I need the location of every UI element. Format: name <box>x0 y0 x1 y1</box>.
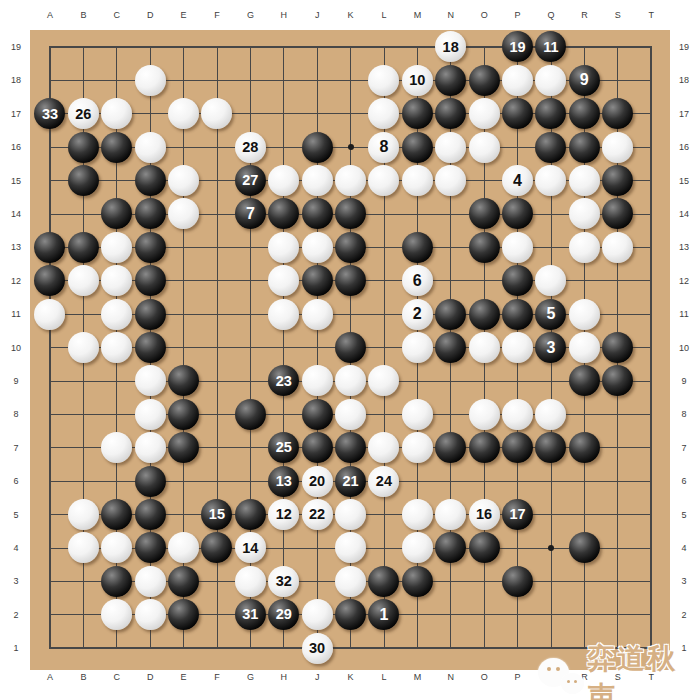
stone-black-G15: 27 <box>235 165 266 196</box>
stone-black-Q10: 3 <box>535 332 566 363</box>
stone-white-C10 <box>101 332 132 363</box>
stone-black-Q11: 5 <box>535 299 566 330</box>
intersection-L16: 8 <box>367 130 400 163</box>
intersection-M13 <box>401 231 434 264</box>
stone-black-P11 <box>502 299 533 330</box>
stone-white-K9 <box>335 365 366 396</box>
row-label-left-10: 10 <box>5 343 27 354</box>
intersection-P19: 19 <box>501 30 534 63</box>
column-label-top-K: K <box>339 10 363 21</box>
stone-black-J12 <box>302 265 333 296</box>
row-label-right-18: 18 <box>673 75 695 86</box>
intersection-E14 <box>167 197 200 230</box>
intersection-P10 <box>501 331 534 364</box>
column-label-bottom-G: G <box>238 672 262 683</box>
stone-black-S15 <box>602 165 633 196</box>
stone-white-M12: 6 <box>402 265 433 296</box>
intersection-D12 <box>133 264 166 297</box>
stone-white-K3 <box>335 566 366 597</box>
intersection-N15 <box>434 164 467 197</box>
stone-white-H15 <box>268 165 299 196</box>
intersection-M8 <box>401 398 434 431</box>
stone-white-L9 <box>368 365 399 396</box>
intersection-M15 <box>401 164 434 197</box>
row-label-left-15: 15 <box>5 176 27 187</box>
intersection-P11 <box>501 297 534 330</box>
intersection-A12 <box>33 264 66 297</box>
intersection-M18: 10 <box>401 64 434 97</box>
intersection-D5 <box>133 498 166 531</box>
stone-white-P8 <box>502 399 533 430</box>
column-label-bottom-A: A <box>38 672 62 683</box>
intersection-E9 <box>167 364 200 397</box>
row-label-right-8: 8 <box>673 409 695 420</box>
intersection-J16 <box>300 130 333 163</box>
intersection-O10 <box>467 331 500 364</box>
wechat-icon <box>538 653 583 700</box>
stone-white-J11 <box>302 299 333 330</box>
intersection-Q8 <box>534 398 567 431</box>
stone-black-E2 <box>168 599 199 630</box>
stone-black-G2: 31 <box>235 599 266 630</box>
stone-white-D2 <box>135 599 166 630</box>
stone-black-D6 <box>135 466 166 497</box>
intersection-C2 <box>100 598 133 631</box>
intersection-B5 <box>67 498 100 531</box>
stone-white-C7 <box>101 432 132 463</box>
intersection-D4 <box>133 531 166 564</box>
intersection-N10 <box>434 331 467 364</box>
intersection-P14 <box>501 197 534 230</box>
stone-black-D13 <box>135 232 166 263</box>
row-label-right-6: 6 <box>673 476 695 487</box>
stone-white-M10 <box>402 332 433 363</box>
intersection-L6: 24 <box>367 464 400 497</box>
intersection-E3 <box>167 565 200 598</box>
intersection-Q17 <box>534 97 567 130</box>
stone-black-D12 <box>135 265 166 296</box>
intersection-O14 <box>467 197 500 230</box>
move-number-label: 20 <box>309 474 325 489</box>
stone-white-N5 <box>435 499 466 530</box>
column-label-bottom-M: M <box>405 672 429 683</box>
intersection-A11 <box>33 297 66 330</box>
stone-white-B10 <box>68 332 99 363</box>
stone-white-M11: 2 <box>402 299 433 330</box>
row-label-left-4: 4 <box>5 543 27 554</box>
stone-white-P18 <box>502 65 533 96</box>
intersection-C10 <box>100 331 133 364</box>
stone-white-M7 <box>402 432 433 463</box>
intersection-E17 <box>167 97 200 130</box>
intersection-G15: 27 <box>234 164 267 197</box>
row-label-left-12: 12 <box>5 276 27 287</box>
intersection-Q10: 3 <box>534 331 567 364</box>
move-number-label: 21 <box>342 474 358 489</box>
stone-black-D10 <box>135 332 166 363</box>
stone-white-C11 <box>101 299 132 330</box>
stone-white-N15 <box>435 165 466 196</box>
row-label-right-5: 5 <box>673 510 695 521</box>
stone-white-Q15 <box>535 165 566 196</box>
stone-white-G16: 28 <box>235 132 266 163</box>
move-number-label: 25 <box>276 440 292 455</box>
stone-black-Q19: 11 <box>535 31 566 62</box>
intersection-M5 <box>401 498 434 531</box>
stone-black-S10 <box>602 332 633 363</box>
column-label-top-C: C <box>105 10 129 21</box>
stone-white-F17 <box>201 98 232 129</box>
intersection-N4 <box>434 531 467 564</box>
stone-black-R18: 9 <box>569 65 600 96</box>
stone-black-R9 <box>569 365 600 396</box>
row-label-right-9: 9 <box>673 376 695 387</box>
intersection-H9: 23 <box>267 364 300 397</box>
stone-white-R11 <box>569 299 600 330</box>
stone-white-C17 <box>101 98 132 129</box>
intersection-Q7 <box>534 431 567 464</box>
stone-black-O18 <box>469 65 500 96</box>
intersection-J1: 30 <box>300 631 333 664</box>
move-number-label: 27 <box>242 173 258 188</box>
intersection-L17 <box>367 97 400 130</box>
column-label-top-G: G <box>238 10 262 21</box>
stone-black-J14 <box>302 198 333 229</box>
column-label-bottom-C: C <box>105 672 129 683</box>
intersection-Q15 <box>534 164 567 197</box>
stone-black-P7 <box>502 432 533 463</box>
row-label-right-4: 4 <box>673 543 695 554</box>
stone-black-F4 <box>201 532 232 563</box>
go-diagram: 1819111093326288274762532325132021241512… <box>0 0 700 700</box>
intersection-M12: 6 <box>401 264 434 297</box>
stone-white-L18 <box>368 65 399 96</box>
intersection-S13 <box>601 231 634 264</box>
stone-black-S9 <box>602 365 633 396</box>
stone-white-D16 <box>135 132 166 163</box>
move-number-label: 12 <box>276 507 292 522</box>
stone-black-E9 <box>168 365 199 396</box>
intersection-C5 <box>100 498 133 531</box>
column-label-top-H: H <box>272 10 296 21</box>
row-label-left-1: 1 <box>5 643 27 654</box>
intersection-M11: 2 <box>401 297 434 330</box>
intersection-E2 <box>167 598 200 631</box>
stone-white-H5: 12 <box>268 499 299 530</box>
move-number-label: 2 <box>413 306 422 322</box>
move-number-label: 15 <box>209 507 225 522</box>
stone-black-P5: 17 <box>502 499 533 530</box>
stone-white-P13 <box>502 232 533 263</box>
intersection-K13 <box>334 231 367 264</box>
intersection-D18 <box>133 64 166 97</box>
intersection-H2: 29 <box>267 598 300 631</box>
intersection-G16: 28 <box>234 130 267 163</box>
column-label-bottom-O: O <box>472 672 496 683</box>
stone-black-M16 <box>402 132 433 163</box>
stone-black-A17: 33 <box>34 98 65 129</box>
intersection-N16 <box>434 130 467 163</box>
stone-black-K2 <box>335 599 366 630</box>
intersection-J14 <box>300 197 333 230</box>
stone-black-H2: 29 <box>268 599 299 630</box>
intersection-H15 <box>267 164 300 197</box>
intersection-D9 <box>133 364 166 397</box>
column-label-bottom-L: L <box>372 672 396 683</box>
stone-white-R13 <box>569 232 600 263</box>
row-label-left-7: 7 <box>5 443 27 454</box>
intersection-N19: 18 <box>434 30 467 63</box>
intersection-O7 <box>467 431 500 464</box>
stone-black-B16 <box>68 132 99 163</box>
stone-white-L17 <box>368 98 399 129</box>
stone-white-G4: 14 <box>235 532 266 563</box>
intersection-K2 <box>334 598 367 631</box>
intersection-P18 <box>501 64 534 97</box>
stone-black-O7 <box>469 432 500 463</box>
stone-black-K10 <box>335 332 366 363</box>
stone-white-D3 <box>135 566 166 597</box>
row-label-left-3: 3 <box>5 576 27 587</box>
intersection-J11 <box>300 297 333 330</box>
intersection-D13 <box>133 231 166 264</box>
column-label-top-B: B <box>71 10 95 21</box>
stone-black-R16 <box>569 132 600 163</box>
move-number-label: 14 <box>242 541 258 556</box>
stone-white-S13 <box>602 232 633 263</box>
intersection-B10 <box>67 331 100 364</box>
intersection-G3 <box>234 565 267 598</box>
stone-black-P19: 19 <box>502 31 533 62</box>
intersection-C13 <box>100 231 133 264</box>
column-label-bottom-F: F <box>205 672 229 683</box>
move-number-label: 9 <box>580 72 589 88</box>
stone-black-J8 <box>302 399 333 430</box>
move-number-label: 30 <box>309 641 325 656</box>
move-number-label: 23 <box>276 374 292 389</box>
intersection-L2: 1 <box>367 598 400 631</box>
stone-black-P14 <box>502 198 533 229</box>
stone-black-C5 <box>101 499 132 530</box>
intersection-R4 <box>568 531 601 564</box>
stone-black-P12 <box>502 265 533 296</box>
intersection-R13 <box>568 231 601 264</box>
stone-black-E8 <box>168 399 199 430</box>
intersection-J7 <box>300 431 333 464</box>
stone-white-L7 <box>368 432 399 463</box>
stone-white-Q8 <box>535 399 566 430</box>
stone-black-H6: 13 <box>268 466 299 497</box>
stone-white-O17 <box>469 98 500 129</box>
stone-black-Q7 <box>535 432 566 463</box>
intersection-B16 <box>67 130 100 163</box>
column-label-bottom-P: P <box>506 672 530 683</box>
intersection-K6: 21 <box>334 464 367 497</box>
row-label-left-5: 5 <box>5 510 27 521</box>
column-label-top-D: D <box>138 10 162 21</box>
intersection-E4 <box>167 531 200 564</box>
stone-black-N18 <box>435 65 466 96</box>
intersection-D2 <box>133 598 166 631</box>
intersection-S16 <box>601 130 634 163</box>
intersection-P7 <box>501 431 534 464</box>
intersection-O5: 16 <box>467 498 500 531</box>
stone-white-R15 <box>569 165 600 196</box>
intersection-J15 <box>300 164 333 197</box>
intersection-J13 <box>300 231 333 264</box>
stone-black-K12 <box>335 265 366 296</box>
intersection-C16 <box>100 130 133 163</box>
intersection-N7 <box>434 431 467 464</box>
intersection-P13 <box>501 231 534 264</box>
row-label-right-16: 16 <box>673 142 695 153</box>
move-number-label: 17 <box>509 507 525 522</box>
stone-black-N10 <box>435 332 466 363</box>
column-label-top-N: N <box>439 10 463 21</box>
row-label-left-17: 17 <box>5 109 27 120</box>
intersection-P15: 4 <box>501 164 534 197</box>
intersection-H12 <box>267 264 300 297</box>
intersection-F5: 15 <box>200 498 233 531</box>
stone-black-R17 <box>569 98 600 129</box>
column-label-top-E: E <box>172 10 196 21</box>
column-label-top-O: O <box>472 10 496 21</box>
intersection-H11 <box>267 297 300 330</box>
stone-black-D15 <box>135 165 166 196</box>
stone-white-J9 <box>302 365 333 396</box>
move-number-label: 32 <box>276 574 292 589</box>
intersection-M17 <box>401 97 434 130</box>
intersection-K4 <box>334 531 367 564</box>
stone-white-O8 <box>469 399 500 430</box>
stone-white-J6: 20 <box>302 466 333 497</box>
intersection-C3 <box>100 565 133 598</box>
stone-white-J5: 22 <box>302 499 333 530</box>
intersection-K8 <box>334 398 367 431</box>
stone-black-F5: 15 <box>201 499 232 530</box>
stone-black-K7 <box>335 432 366 463</box>
stone-white-D7 <box>135 432 166 463</box>
move-number-label: 28 <box>242 140 258 155</box>
stone-white-E4 <box>168 532 199 563</box>
row-label-right-13: 13 <box>673 242 695 253</box>
intersection-J5: 22 <box>300 498 333 531</box>
stone-white-O16 <box>469 132 500 163</box>
stone-white-M8 <box>402 399 433 430</box>
stone-white-P10 <box>502 332 533 363</box>
stone-white-L6: 24 <box>368 466 399 497</box>
intersection-D14 <box>133 197 166 230</box>
intersection-D6 <box>133 464 166 497</box>
stone-white-R10 <box>569 332 600 363</box>
intersection-Q16 <box>534 130 567 163</box>
wechat-bubble-small <box>561 673 584 694</box>
intersection-E7 <box>167 431 200 464</box>
stone-white-S16 <box>602 132 633 163</box>
stone-white-K8 <box>335 399 366 430</box>
stone-white-K15 <box>335 165 366 196</box>
column-label-top-J: J <box>305 10 329 21</box>
column-label-bottom-H: H <box>272 672 296 683</box>
move-number-label: 1 <box>379 607 388 623</box>
intersection-H6: 13 <box>267 464 300 497</box>
intersection-H3: 32 <box>267 565 300 598</box>
intersection-Q18 <box>534 64 567 97</box>
row-label-left-11: 11 <box>5 309 27 320</box>
stone-black-B13 <box>68 232 99 263</box>
stone-white-O10 <box>469 332 500 363</box>
intersection-D11 <box>133 297 166 330</box>
intersection-H14 <box>267 197 300 230</box>
intersection-G14: 7 <box>234 197 267 230</box>
move-number-label: 10 <box>409 73 425 88</box>
intersection-C7 <box>100 431 133 464</box>
column-label-top-P: P <box>506 10 530 21</box>
intersection-C12 <box>100 264 133 297</box>
stone-black-G5 <box>235 499 266 530</box>
intersection-F17 <box>200 97 233 130</box>
stone-black-O14 <box>469 198 500 229</box>
intersection-N5 <box>434 498 467 531</box>
stone-black-G14: 7 <box>235 198 266 229</box>
intersection-F4 <box>200 531 233 564</box>
intersection-P8 <box>501 398 534 431</box>
column-label-top-Q: Q <box>539 10 563 21</box>
intersection-O16 <box>467 130 500 163</box>
stone-black-N4 <box>435 532 466 563</box>
row-label-right-15: 15 <box>673 176 695 187</box>
stone-white-M15 <box>402 165 433 196</box>
intersection-O11 <box>467 297 500 330</box>
intersection-N17 <box>434 97 467 130</box>
move-number-label: 5 <box>546 306 555 322</box>
stone-black-N11 <box>435 299 466 330</box>
stone-black-N17 <box>435 98 466 129</box>
stone-black-P17 <box>502 98 533 129</box>
intersection-R18: 9 <box>568 64 601 97</box>
move-number-label: 8 <box>379 139 388 155</box>
move-number-label: 29 <box>276 607 292 622</box>
stone-black-R4 <box>569 532 600 563</box>
stone-white-H13 <box>268 232 299 263</box>
intersection-R16 <box>568 130 601 163</box>
stone-black-M13 <box>402 232 433 263</box>
stone-white-M18: 10 <box>402 65 433 96</box>
intersection-M16 <box>401 130 434 163</box>
intersection-K14 <box>334 197 367 230</box>
intersection-C17 <box>100 97 133 130</box>
intersection-D3 <box>133 565 166 598</box>
stone-white-C13 <box>101 232 132 263</box>
move-number-label: 24 <box>376 474 392 489</box>
intersection-J9 <box>300 364 333 397</box>
intersection-P5: 17 <box>501 498 534 531</box>
row-label-right-11: 11 <box>673 309 695 320</box>
row-label-left-13: 13 <box>5 242 27 253</box>
stone-white-E15 <box>168 165 199 196</box>
row-label-left-16: 16 <box>5 142 27 153</box>
intersection-R9 <box>568 364 601 397</box>
stone-white-Q18 <box>535 65 566 96</box>
move-number-label: 3 <box>546 340 555 356</box>
watermark-text: 弈道秋声 <box>587 640 700 700</box>
intersection-N18 <box>434 64 467 97</box>
stones-layer: 1819111093326288274762532325132021241512… <box>33 30 667 664</box>
intersection-P12 <box>501 264 534 297</box>
row-label-right-17: 17 <box>673 109 695 120</box>
stone-black-H7: 25 <box>268 432 299 463</box>
stone-black-C16 <box>101 132 132 163</box>
